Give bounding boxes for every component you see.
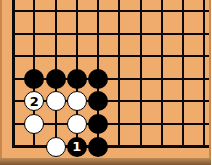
grid-line-h-3 bbox=[12, 55, 211, 57]
move-number-label: 1 bbox=[72, 140, 81, 153]
grid-line-v-8 bbox=[161, 0, 163, 148]
grid-line-v-10 bbox=[203, 0, 205, 148]
black-stone-move-1: 1 bbox=[67, 137, 87, 157]
board-right-edge bbox=[209, 0, 211, 165]
white-stone bbox=[46, 91, 66, 111]
white-stone bbox=[46, 137, 66, 157]
grid-line-v-9 bbox=[182, 0, 184, 148]
goban-diagram: 21 bbox=[0, 0, 211, 165]
black-stone bbox=[88, 114, 108, 134]
move-number-label: 2 bbox=[30, 95, 39, 108]
grid-line-h-2 bbox=[12, 33, 211, 35]
grid-line-h-7 bbox=[12, 145, 212, 148]
board-bottom-bevel bbox=[0, 158, 211, 165]
black-stone bbox=[88, 137, 108, 157]
board-left-edge bbox=[0, 0, 2, 165]
black-stone bbox=[67, 69, 87, 89]
black-stone bbox=[46, 69, 66, 89]
grid-line-v-1 bbox=[12, 0, 15, 148]
white-stone bbox=[67, 114, 87, 134]
black-stone bbox=[88, 69, 108, 89]
grid-line-v-6 bbox=[118, 0, 120, 148]
grid-line-v-7 bbox=[140, 0, 142, 148]
grid-line-h-1 bbox=[12, 10, 211, 12]
black-stone bbox=[24, 69, 44, 89]
